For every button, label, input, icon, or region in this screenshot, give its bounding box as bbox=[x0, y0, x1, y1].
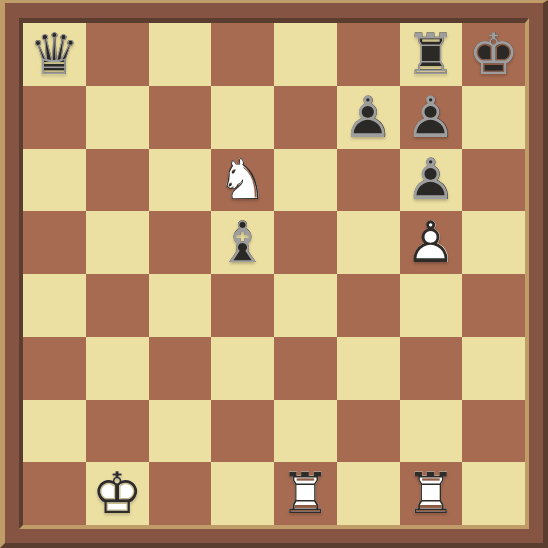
square-c2[interactable] bbox=[149, 400, 212, 463]
piece-black-king[interactable]: ♚♔ bbox=[462, 23, 525, 86]
piece-white-rook[interactable]: ♜♖ bbox=[400, 462, 463, 525]
piece-glyph-outline: ♙ bbox=[337, 86, 400, 149]
square-a8[interactable]: ♛♕ bbox=[23, 23, 86, 86]
square-h7[interactable] bbox=[462, 86, 525, 149]
piece-white-pawn[interactable]: ♟♙ bbox=[400, 211, 463, 274]
piece-glyph-outline: ♔ bbox=[86, 462, 149, 525]
square-d7[interactable] bbox=[211, 86, 274, 149]
square-d3[interactable] bbox=[211, 337, 274, 400]
square-e2[interactable] bbox=[274, 400, 337, 463]
square-c6[interactable] bbox=[149, 149, 212, 212]
square-b4[interactable] bbox=[86, 274, 149, 337]
square-b8[interactable] bbox=[86, 23, 149, 86]
square-a6[interactable] bbox=[23, 149, 86, 212]
square-h3[interactable] bbox=[462, 337, 525, 400]
piece-black-bishop[interactable]: ♝♗ bbox=[211, 211, 274, 274]
square-h5[interactable] bbox=[462, 211, 525, 274]
piece-white-knight[interactable]: ♞♘ bbox=[211, 149, 274, 212]
square-d2[interactable] bbox=[211, 400, 274, 463]
square-g6[interactable]: ♟♙ bbox=[400, 149, 463, 212]
piece-glyph-outline: ♙ bbox=[400, 211, 463, 274]
square-e8[interactable] bbox=[274, 23, 337, 86]
square-e1[interactable]: ♜♖ bbox=[274, 462, 337, 525]
square-a1[interactable] bbox=[23, 462, 86, 525]
square-h8[interactable]: ♚♔ bbox=[462, 23, 525, 86]
square-f2[interactable] bbox=[337, 400, 400, 463]
piece-glyph-outline: ♕ bbox=[23, 23, 86, 86]
square-c3[interactable] bbox=[149, 337, 212, 400]
piece-black-pawn[interactable]: ♟♙ bbox=[400, 86, 463, 149]
piece-glyph-outline: ♘ bbox=[211, 149, 274, 212]
square-d1[interactable] bbox=[211, 462, 274, 525]
piece-glyph-outline: ♙ bbox=[400, 149, 463, 212]
square-a3[interactable] bbox=[23, 337, 86, 400]
piece-glyph-outline: ♖ bbox=[400, 462, 463, 525]
square-c4[interactable] bbox=[149, 274, 212, 337]
square-h6[interactable] bbox=[462, 149, 525, 212]
square-e4[interactable] bbox=[274, 274, 337, 337]
square-a5[interactable] bbox=[23, 211, 86, 274]
piece-white-king[interactable]: ♚♔ bbox=[86, 462, 149, 525]
square-d5[interactable]: ♝♗ bbox=[211, 211, 274, 274]
square-c1[interactable] bbox=[149, 462, 212, 525]
square-g1[interactable]: ♜♖ bbox=[400, 462, 463, 525]
square-e7[interactable] bbox=[274, 86, 337, 149]
square-g5[interactable]: ♟♙ bbox=[400, 211, 463, 274]
square-b6[interactable] bbox=[86, 149, 149, 212]
square-d4[interactable] bbox=[211, 274, 274, 337]
square-b5[interactable] bbox=[86, 211, 149, 274]
square-e3[interactable] bbox=[274, 337, 337, 400]
square-f5[interactable] bbox=[337, 211, 400, 274]
piece-glyph-outline: ♖ bbox=[400, 23, 463, 86]
square-f8[interactable] bbox=[337, 23, 400, 86]
square-f3[interactable] bbox=[337, 337, 400, 400]
piece-black-pawn[interactable]: ♟♙ bbox=[337, 86, 400, 149]
chess-board: ♛♕♜♖♚♔♟♙♟♙♞♘♟♙♝♗♟♙♚♔♜♖♜♖ bbox=[23, 23, 525, 525]
square-b7[interactable] bbox=[86, 86, 149, 149]
square-a4[interactable] bbox=[23, 274, 86, 337]
square-h4[interactable] bbox=[462, 274, 525, 337]
square-b1[interactable]: ♚♔ bbox=[86, 462, 149, 525]
square-h1[interactable] bbox=[462, 462, 525, 525]
square-d6[interactable]: ♞♘ bbox=[211, 149, 274, 212]
piece-black-queen[interactable]: ♛♕ bbox=[23, 23, 86, 86]
square-f7[interactable]: ♟♙ bbox=[337, 86, 400, 149]
square-g7[interactable]: ♟♙ bbox=[400, 86, 463, 149]
square-d8[interactable] bbox=[211, 23, 274, 86]
square-f6[interactable] bbox=[337, 149, 400, 212]
square-a2[interactable] bbox=[23, 400, 86, 463]
square-c5[interactable] bbox=[149, 211, 212, 274]
square-g2[interactable] bbox=[400, 400, 463, 463]
square-e6[interactable] bbox=[274, 149, 337, 212]
piece-glyph-outline: ♖ bbox=[274, 462, 337, 525]
piece-black-pawn[interactable]: ♟♙ bbox=[400, 149, 463, 212]
square-h2[interactable] bbox=[462, 400, 525, 463]
square-b3[interactable] bbox=[86, 337, 149, 400]
piece-glyph-outline: ♗ bbox=[211, 211, 274, 274]
square-g3[interactable] bbox=[400, 337, 463, 400]
square-e5[interactable] bbox=[274, 211, 337, 274]
board-frame: ♛♕♜♖♚♔♟♙♟♙♞♘♟♙♝♗♟♙♚♔♜♖♜♖ bbox=[0, 0, 548, 548]
piece-white-rook[interactable]: ♜♖ bbox=[274, 462, 337, 525]
square-g4[interactable] bbox=[400, 274, 463, 337]
piece-glyph-outline: ♙ bbox=[400, 86, 463, 149]
square-b2[interactable] bbox=[86, 400, 149, 463]
square-f1[interactable] bbox=[337, 462, 400, 525]
square-a7[interactable] bbox=[23, 86, 86, 149]
board-inner-bevel: ♛♕♜♖♚♔♟♙♟♙♞♘♟♙♝♗♟♙♚♔♜♖♜♖ bbox=[19, 18, 529, 529]
square-g8[interactable]: ♜♖ bbox=[400, 23, 463, 86]
piece-glyph-outline: ♔ bbox=[462, 23, 525, 86]
square-c8[interactable] bbox=[149, 23, 212, 86]
piece-black-rook[interactable]: ♜♖ bbox=[400, 23, 463, 86]
square-f4[interactable] bbox=[337, 274, 400, 337]
square-c7[interactable] bbox=[149, 86, 212, 149]
